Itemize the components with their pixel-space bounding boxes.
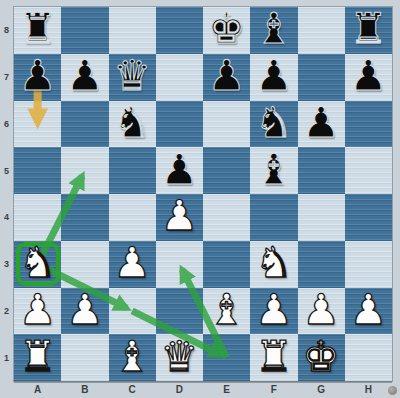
- square-d7[interactable]: [156, 54, 203, 101]
- piece-black-bishop-f8[interactable]: ♝: [250, 6, 297, 53]
- file-label-d: D: [156, 384, 203, 397]
- square-e1[interactable]: [203, 334, 250, 381]
- piece-white-queen-d1[interactable]: ♛: [156, 333, 203, 380]
- rank-label-1: 1: [0, 353, 13, 363]
- rank-label-3: 3: [0, 259, 13, 269]
- piece-white-pawn-h2[interactable]: ♟: [345, 287, 392, 334]
- piece-black-pawn-h7[interactable]: ♟: [345, 53, 392, 100]
- piece-white-pawn-d4[interactable]: ♟: [156, 193, 203, 240]
- file-label-c: C: [109, 384, 156, 397]
- file-label-g: G: [298, 384, 345, 397]
- piece-white-knight-f3[interactable]: ♞: [250, 240, 297, 287]
- file-label-b: B: [61, 384, 108, 397]
- square-h3[interactable]: [345, 241, 392, 288]
- file-label-a: A: [14, 384, 61, 397]
- rank-label-5: 5: [0, 166, 13, 176]
- chess-analysis-view: ♜♚♝♜♟♟♛♟♟♟♞♞♟♟♝♟♞♟♞♟♟♝♟♟♟♜♝♛♜♚ 87654321A…: [0, 0, 400, 398]
- piece-black-pawn-b7[interactable]: ♟: [61, 53, 108, 100]
- file-label-f: F: [250, 384, 297, 397]
- piece-black-pawn-e7[interactable]: ♟: [203, 53, 250, 100]
- piece-black-rook-a8[interactable]: ♜: [14, 6, 61, 53]
- file-label-h: H: [345, 384, 392, 397]
- square-c5[interactable]: [109, 147, 156, 194]
- piece-black-pawn-a7[interactable]: ♟: [14, 53, 61, 100]
- square-d2[interactable]: [156, 288, 203, 335]
- piece-white-bishop-e2[interactable]: ♝: [203, 287, 250, 334]
- square-h1[interactable]: [345, 334, 392, 381]
- square-h5[interactable]: [345, 147, 392, 194]
- piece-white-king-g1[interactable]: ♚: [298, 333, 345, 380]
- rank-label-8: 8: [0, 25, 13, 35]
- piece-white-pawn-b2[interactable]: ♟: [61, 287, 108, 334]
- square-f4[interactable]: [250, 194, 297, 241]
- piece-black-king-e8[interactable]: ♚: [203, 6, 250, 53]
- square-h4[interactable]: [345, 194, 392, 241]
- piece-white-knight-a3[interactable]: ♞: [14, 240, 61, 287]
- piece-white-pawn-a2[interactable]: ♟: [14, 287, 61, 334]
- piece-black-knight-c6[interactable]: ♞: [109, 100, 156, 147]
- rank-label-2: 2: [0, 306, 13, 316]
- square-e3[interactable]: [203, 241, 250, 288]
- piece-white-bishop-c1[interactable]: ♝: [109, 333, 156, 380]
- rank-label-7: 7: [0, 72, 13, 82]
- piece-white-rook-a1[interactable]: ♜: [14, 333, 61, 380]
- square-d6[interactable]: [156, 101, 203, 148]
- square-g3[interactable]: [298, 241, 345, 288]
- square-b8[interactable]: [61, 7, 108, 54]
- piece-white-pawn-f2[interactable]: ♟: [250, 287, 297, 334]
- square-b3[interactable]: [61, 241, 108, 288]
- square-c2[interactable]: [109, 288, 156, 335]
- square-d8[interactable]: [156, 7, 203, 54]
- piece-black-rook-h8[interactable]: ♜: [345, 6, 392, 53]
- square-e4[interactable]: [203, 194, 250, 241]
- square-g8[interactable]: [298, 7, 345, 54]
- square-e6[interactable]: [203, 101, 250, 148]
- square-h6[interactable]: [345, 101, 392, 148]
- piece-white-pawn-g2[interactable]: ♟: [298, 287, 345, 334]
- square-g5[interactable]: [298, 147, 345, 194]
- square-a4[interactable]: [14, 194, 61, 241]
- square-a6[interactable]: [14, 101, 61, 148]
- square-c4[interactable]: [109, 194, 156, 241]
- square-g4[interactable]: [298, 194, 345, 241]
- chess-board: ♜♚♝♜♟♟♛♟♟♟♞♞♟♟♝♟♞♟♞♟♟♝♟♟♟♜♝♛♜♚: [14, 7, 392, 381]
- piece-black-pawn-g6[interactable]: ♟: [298, 100, 345, 147]
- piece-black-pawn-f7[interactable]: ♟: [250, 53, 297, 100]
- piece-black-queen-c7[interactable]: ♛: [109, 53, 156, 100]
- square-e5[interactable]: [203, 147, 250, 194]
- square-c8[interactable]: [109, 7, 156, 54]
- square-a5[interactable]: [14, 147, 61, 194]
- piece-black-bishop-f5[interactable]: ♝: [250, 146, 297, 193]
- rank-label-6: 6: [0, 119, 13, 129]
- square-b5[interactable]: [61, 147, 108, 194]
- rank-label-4: 4: [0, 212, 13, 222]
- piece-black-pawn-d5[interactable]: ♟: [156, 146, 203, 193]
- file-label-e: E: [203, 384, 250, 397]
- square-g7[interactable]: [298, 54, 345, 101]
- piece-black-knight-f6[interactable]: ♞: [250, 100, 297, 147]
- square-b1[interactable]: [61, 334, 108, 381]
- square-b4[interactable]: [61, 194, 108, 241]
- square-b6[interactable]: [61, 101, 108, 148]
- piece-white-rook-f1[interactable]: ♜: [250, 333, 297, 380]
- square-d3[interactable]: [156, 241, 203, 288]
- piece-white-pawn-c3[interactable]: ♟: [109, 240, 156, 287]
